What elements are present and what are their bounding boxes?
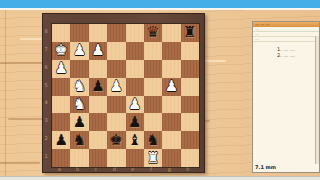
square-a2[interactable]: ♟ — [52, 131, 70, 149]
square-b8[interactable] — [70, 24, 88, 42]
panel-scrollbar[interactable] — [315, 36, 319, 164]
black-knight[interactable]: ♞ — [73, 133, 86, 148]
square-h4[interactable] — [181, 96, 199, 114]
white-pawn[interactable]: ♟ — [91, 43, 104, 58]
square-a4[interactable] — [52, 96, 70, 114]
square-g5[interactable]: ♟ — [162, 78, 180, 96]
white-rook[interactable]: ♜ — [146, 151, 159, 166]
square-d6[interactable] — [107, 60, 125, 78]
white-knight[interactable]: ♞ — [73, 97, 86, 112]
square-h8[interactable]: ♜ — [181, 24, 199, 42]
square-c8[interactable] — [89, 24, 107, 42]
square-d5[interactable]: ♟ — [107, 78, 125, 96]
square-h5[interactable] — [181, 78, 199, 96]
chess-board-frame: ♛♜♚♟♟♟♞♟♟♟♞♟♟♟♟♞♚♝♞♜ — [42, 13, 205, 173]
square-f2[interactable]: ♞ — [144, 131, 162, 149]
square-b2[interactable]: ♞ — [70, 131, 88, 149]
white-pawn[interactable]: ♟ — [54, 61, 67, 76]
black-rook[interactable]: ♜ — [183, 25, 196, 40]
square-f3[interactable] — [144, 113, 162, 131]
square-h6[interactable] — [181, 60, 199, 78]
square-e8[interactable] — [126, 24, 144, 42]
square-c5[interactable]: ♟ — [89, 78, 107, 96]
square-f6[interactable] — [144, 60, 162, 78]
white-pawn[interactable]: ♟ — [73, 43, 86, 58]
wood-seam — [5, 10, 6, 176]
square-e4[interactable]: ♟ — [126, 96, 144, 114]
square-g8[interactable] — [162, 24, 180, 42]
square-e2[interactable]: ♝ — [126, 131, 144, 149]
square-g6[interactable] — [162, 60, 180, 78]
square-c2[interactable] — [89, 131, 107, 149]
square-g2[interactable] — [162, 131, 180, 149]
square-c6[interactable] — [89, 60, 107, 78]
square-a7[interactable]: ♚ — [52, 42, 70, 60]
file-label-g: g — [160, 165, 178, 172]
panel-footer-text: 7.1 mm — [255, 164, 276, 170]
square-f7[interactable] — [144, 42, 162, 60]
square-d7[interactable] — [107, 42, 125, 60]
white-pawn[interactable]: ♟ — [128, 97, 141, 112]
file-label-f: f — [142, 165, 160, 172]
square-f8[interactable]: ♛ — [144, 24, 162, 42]
square-c4[interactable] — [89, 96, 107, 114]
file-label-a: a — [50, 165, 68, 172]
white-pawn[interactable]: ♟ — [165, 79, 178, 94]
black-knight[interactable]: ♞ — [146, 133, 159, 148]
black-pawn[interactable]: ♟ — [91, 79, 104, 94]
square-g3[interactable] — [162, 113, 180, 131]
white-knight[interactable]: ♞ — [73, 79, 86, 94]
board-grid: ♛♜♚♟♟♟♞♟♟♟♞♟♟♟♟♞♚♝♞♜ — [51, 23, 200, 168]
square-h3[interactable] — [181, 113, 199, 131]
black-queen[interactable]: ♛ — [146, 25, 159, 40]
file-labels: abcdefgh — [50, 165, 197, 172]
rank-label-6: 6 — [43, 58, 49, 76]
square-b3[interactable]: ♟ — [70, 113, 88, 131]
square-a8[interactable] — [52, 24, 70, 42]
square-e5[interactable] — [126, 78, 144, 96]
top-blue-bar — [0, 0, 320, 8]
square-c7[interactable]: ♟ — [89, 42, 107, 60]
white-pawn[interactable]: ♟ — [110, 79, 123, 94]
black-pawn[interactable]: ♟ — [73, 115, 86, 130]
rank-label-7: 7 — [43, 40, 49, 58]
square-d8[interactable] — [107, 24, 125, 42]
square-a5[interactable] — [52, 78, 70, 96]
file-label-c: c — [87, 165, 105, 172]
wood-grain — [0, 162, 40, 164]
square-a3[interactable] — [52, 113, 70, 131]
square-g7[interactable] — [162, 42, 180, 60]
wood-grain — [0, 62, 46, 64]
rank-label-5: 5 — [43, 76, 49, 94]
file-label-b: b — [68, 165, 86, 172]
rank-label-2: 2 — [43, 129, 49, 147]
square-e6[interactable] — [126, 60, 144, 78]
square-h7[interactable] — [181, 42, 199, 60]
file-label-d: d — [105, 165, 123, 172]
notation-info-line: … — [253, 37, 319, 42]
rank-label-8: 8 — [43, 22, 49, 40]
rank-label-4: 4 — [43, 94, 49, 112]
rank-labels: 87654321 — [43, 22, 49, 165]
square-b6[interactable] — [70, 60, 88, 78]
move-list-line[interactable]: 2. … … — [253, 52, 319, 58]
square-e7[interactable] — [126, 42, 144, 60]
white-king[interactable]: ♚ — [54, 43, 67, 58]
square-h2[interactable] — [181, 131, 199, 149]
square-d2[interactable]: ♚ — [107, 131, 125, 149]
file-label-e: e — [124, 165, 142, 172]
file-label-h: h — [179, 165, 197, 172]
square-b5[interactable]: ♞ — [70, 78, 88, 96]
status-bar: … … … — [0, 176, 320, 180]
square-f4[interactable] — [144, 96, 162, 114]
square-g4[interactable] — [162, 96, 180, 114]
rank-label-1: 1 — [43, 147, 49, 165]
square-d3[interactable] — [107, 113, 125, 131]
square-b4[interactable]: ♞ — [70, 96, 88, 114]
notation-panel: — — — … … … 1. … … 2. … … 7.1 mm — [252, 21, 320, 173]
rank-label-3: 3 — [43, 111, 49, 129]
black-bishop[interactable]: ♝ — [128, 133, 141, 148]
square-e3[interactable]: ♟ — [126, 113, 144, 131]
black-pawn[interactable]: ♟ — [128, 115, 141, 130]
square-a6[interactable]: ♟ — [52, 60, 70, 78]
square-d4[interactable] — [107, 96, 125, 114]
square-c3[interactable] — [89, 113, 107, 131]
black-pawn[interactable]: ♟ — [54, 133, 67, 148]
square-f5[interactable] — [144, 78, 162, 96]
square-b7[interactable]: ♟ — [70, 42, 88, 60]
black-king[interactable]: ♚ — [110, 133, 123, 148]
